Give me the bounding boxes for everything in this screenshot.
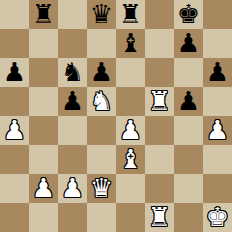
square-b1[interactable]	[29, 203, 58, 232]
piece-black-pawn: ♟	[61, 87, 84, 116]
square-e2[interactable]	[116, 174, 145, 203]
square-e6[interactable]	[116, 58, 145, 87]
square-e5[interactable]	[116, 87, 145, 116]
square-a1[interactable]	[0, 203, 29, 232]
square-b8[interactable]: ♜	[29, 0, 58, 29]
piece-white-pawn: ♟	[3, 116, 26, 145]
square-e1[interactable]	[116, 203, 145, 232]
piece-white-bishop: ♝	[119, 145, 142, 174]
piece-black-king: ♚	[177, 0, 200, 29]
square-g4[interactable]	[174, 116, 203, 145]
square-h4[interactable]: ♟	[203, 116, 232, 145]
square-h6[interactable]: ♟	[203, 58, 232, 87]
square-h8[interactable]	[203, 0, 232, 29]
square-b3[interactable]	[29, 145, 58, 174]
piece-white-knight: ♞	[90, 87, 113, 116]
square-a3[interactable]	[0, 145, 29, 174]
square-d8[interactable]: ♛	[87, 0, 116, 29]
square-f8[interactable]	[145, 0, 174, 29]
square-b6[interactable]	[29, 58, 58, 87]
square-g3[interactable]	[174, 145, 203, 174]
piece-black-pawn: ♟	[177, 87, 200, 116]
piece-black-rook: ♜	[119, 0, 142, 29]
square-g5[interactable]: ♟	[174, 87, 203, 116]
piece-black-pawn: ♟	[206, 58, 229, 87]
piece-black-rook: ♜	[32, 0, 55, 29]
square-a5[interactable]	[0, 87, 29, 116]
chess-board: ♜♛♜♚♝♟♟♞♟♟♟♞♜♟♟♟♟♝♟♟♛♜♚	[0, 0, 232, 232]
square-g1[interactable]	[174, 203, 203, 232]
square-h1[interactable]: ♚	[203, 203, 232, 232]
piece-white-pawn: ♟	[32, 174, 55, 203]
square-h7[interactable]	[203, 29, 232, 58]
square-c5[interactable]: ♟	[58, 87, 87, 116]
square-c1[interactable]	[58, 203, 87, 232]
square-f1[interactable]: ♜	[145, 203, 174, 232]
square-a2[interactable]	[0, 174, 29, 203]
square-f7[interactable]	[145, 29, 174, 58]
square-b5[interactable]	[29, 87, 58, 116]
square-e4[interactable]: ♟	[116, 116, 145, 145]
square-g6[interactable]	[174, 58, 203, 87]
piece-white-pawn: ♟	[61, 174, 84, 203]
square-e8[interactable]: ♜	[116, 0, 145, 29]
square-e3[interactable]: ♝	[116, 145, 145, 174]
square-d6[interactable]: ♟	[87, 58, 116, 87]
square-c6[interactable]: ♞	[58, 58, 87, 87]
square-a4[interactable]: ♟	[0, 116, 29, 145]
square-b4[interactable]	[29, 116, 58, 145]
square-f5[interactable]: ♜	[145, 87, 174, 116]
piece-white-queen: ♛	[90, 174, 113, 203]
square-d7[interactable]	[87, 29, 116, 58]
piece-white-king: ♚	[206, 203, 229, 232]
piece-black-pawn: ♟	[90, 58, 113, 87]
square-d1[interactable]	[87, 203, 116, 232]
square-a8[interactable]	[0, 0, 29, 29]
square-c3[interactable]	[58, 145, 87, 174]
square-h5[interactable]	[203, 87, 232, 116]
square-d3[interactable]	[87, 145, 116, 174]
square-c7[interactable]	[58, 29, 87, 58]
square-c4[interactable]	[58, 116, 87, 145]
square-d5[interactable]: ♞	[87, 87, 116, 116]
square-d2[interactable]: ♛	[87, 174, 116, 203]
square-h2[interactable]	[203, 174, 232, 203]
square-b2[interactable]: ♟	[29, 174, 58, 203]
square-e7[interactable]: ♝	[116, 29, 145, 58]
square-c8[interactable]	[58, 0, 87, 29]
piece-black-knight: ♞	[61, 58, 84, 87]
square-c2[interactable]: ♟	[58, 174, 87, 203]
square-h3[interactable]	[203, 145, 232, 174]
piece-black-pawn: ♟	[177, 29, 200, 58]
piece-black-queen: ♛	[90, 0, 113, 29]
piece-black-bishop: ♝	[119, 29, 142, 58]
square-a6[interactable]: ♟	[0, 58, 29, 87]
piece-white-pawn: ♟	[119, 116, 142, 145]
square-g2[interactable]	[174, 174, 203, 203]
square-f3[interactable]	[145, 145, 174, 174]
square-g7[interactable]: ♟	[174, 29, 203, 58]
square-d4[interactable]	[87, 116, 116, 145]
square-a7[interactable]	[0, 29, 29, 58]
piece-white-rook: ♜	[148, 87, 171, 116]
square-f4[interactable]	[145, 116, 174, 145]
piece-white-pawn: ♟	[206, 116, 229, 145]
square-f6[interactable]	[145, 58, 174, 87]
piece-black-pawn: ♟	[3, 58, 26, 87]
piece-white-rook: ♜	[148, 203, 171, 232]
square-g8[interactable]: ♚	[174, 0, 203, 29]
square-f2[interactable]	[145, 174, 174, 203]
square-b7[interactable]	[29, 29, 58, 58]
